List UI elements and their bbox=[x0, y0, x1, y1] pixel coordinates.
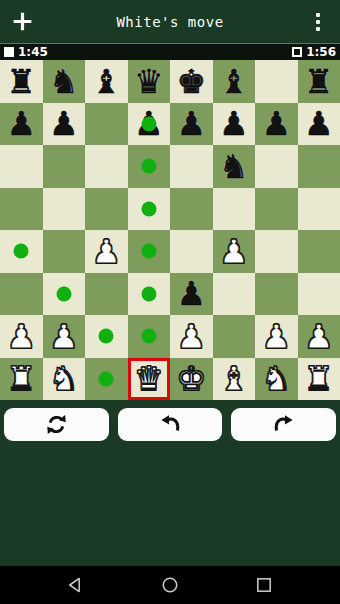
status-title: White's move bbox=[0, 14, 340, 30]
chess-board: ♜♞♝♛♚♝♜♟♟♟♟♟♟♟♞♟♟♟♟♟♟♟♟♜♞♛♚♝♞♜ bbox=[0, 60, 340, 400]
redo-button[interactable] bbox=[231, 408, 336, 441]
square-d7[interactable]: ♟ bbox=[128, 103, 171, 146]
black-pawn: ♟ bbox=[176, 107, 206, 140]
legal-move-dot[interactable] bbox=[14, 244, 29, 259]
black-pawn: ♟ bbox=[261, 107, 291, 140]
white-queen: ♛ bbox=[134, 362, 164, 395]
legal-move-dot[interactable] bbox=[141, 159, 156, 174]
square-b7[interactable]: ♟ bbox=[43, 103, 86, 146]
square-d4[interactable] bbox=[128, 230, 171, 273]
legal-move-dot[interactable] bbox=[99, 371, 114, 386]
legal-move-dot[interactable] bbox=[99, 329, 114, 344]
square-c4[interactable]: ♟ bbox=[85, 230, 128, 273]
square-g7[interactable]: ♟ bbox=[255, 103, 298, 146]
square-b5[interactable] bbox=[43, 188, 86, 231]
new-game-button[interactable] bbox=[0, 0, 44, 43]
undo-arrow-icon bbox=[158, 412, 183, 437]
square-d5[interactable] bbox=[128, 188, 171, 231]
white-bishop: ♝ bbox=[219, 362, 249, 395]
square-b2[interactable]: ♟ bbox=[43, 315, 86, 358]
black-knight: ♞ bbox=[49, 65, 79, 98]
white-pawn: ♟ bbox=[6, 320, 36, 353]
plus-icon bbox=[10, 9, 35, 34]
black-bishop: ♝ bbox=[91, 65, 121, 98]
square-e5[interactable] bbox=[170, 188, 213, 231]
white-knight: ♞ bbox=[261, 362, 291, 395]
white-pawn: ♟ bbox=[219, 235, 249, 268]
square-h6[interactable] bbox=[298, 145, 340, 188]
legal-move-dot[interactable] bbox=[141, 286, 156, 301]
white-pawn: ♟ bbox=[49, 320, 79, 353]
square-e3[interactable]: ♟ bbox=[170, 273, 213, 316]
square-a1[interactable]: ♜ bbox=[0, 358, 43, 401]
square-f2[interactable] bbox=[213, 315, 256, 358]
square-h4[interactable] bbox=[298, 230, 340, 273]
undo-button[interactable] bbox=[118, 408, 223, 441]
square-g5[interactable] bbox=[255, 188, 298, 231]
black-rook: ♜ bbox=[6, 65, 36, 98]
kebab-menu-icon bbox=[316, 20, 320, 24]
square-b3[interactable] bbox=[43, 273, 86, 316]
square-f7[interactable]: ♟ bbox=[213, 103, 256, 146]
square-c3[interactable] bbox=[85, 273, 128, 316]
square-e8[interactable]: ♚ bbox=[170, 60, 213, 103]
square-c6[interactable] bbox=[85, 145, 128, 188]
white-pawn: ♟ bbox=[261, 320, 291, 353]
square-d1[interactable]: ♛ bbox=[128, 358, 171, 401]
square-d3[interactable] bbox=[128, 273, 171, 316]
white-pawn: ♟ bbox=[91, 235, 121, 268]
white-rook: ♜ bbox=[6, 362, 36, 395]
square-d2[interactable] bbox=[128, 315, 171, 358]
recents-square-icon bbox=[254, 575, 274, 595]
square-f5[interactable] bbox=[213, 188, 256, 231]
square-g3[interactable] bbox=[255, 273, 298, 316]
home-circle-icon bbox=[160, 575, 180, 595]
back-triangle-icon bbox=[66, 575, 86, 595]
square-b4[interactable] bbox=[43, 230, 86, 273]
flip-refresh-button[interactable] bbox=[4, 408, 109, 441]
square-b8[interactable]: ♞ bbox=[43, 60, 86, 103]
overflow-menu-button[interactable] bbox=[306, 0, 330, 43]
square-f1[interactable]: ♝ bbox=[213, 358, 256, 401]
square-f8[interactable]: ♝ bbox=[213, 60, 256, 103]
legal-move-dot[interactable] bbox=[141, 201, 156, 216]
white-knight: ♞ bbox=[49, 362, 79, 395]
background-area bbox=[0, 441, 340, 566]
square-f3[interactable] bbox=[213, 273, 256, 316]
square-g6[interactable] bbox=[255, 145, 298, 188]
square-g8[interactable] bbox=[255, 60, 298, 103]
square-a5[interactable] bbox=[0, 188, 43, 231]
white-pawn: ♟ bbox=[176, 320, 206, 353]
square-b6[interactable] bbox=[43, 145, 86, 188]
white-pawn: ♟ bbox=[304, 320, 334, 353]
square-d8[interactable]: ♛ bbox=[128, 60, 171, 103]
black-pawn: ♟ bbox=[49, 107, 79, 140]
square-h7[interactable]: ♟ bbox=[298, 103, 340, 146]
white-clock-time: 1:45 bbox=[18, 45, 48, 59]
redo-arrow-icon bbox=[271, 412, 296, 437]
black-bishop: ♝ bbox=[219, 65, 249, 98]
black-pawn: ♟ bbox=[219, 107, 249, 140]
square-c8[interactable]: ♝ bbox=[85, 60, 128, 103]
black-queen: ♛ bbox=[134, 65, 164, 98]
square-h2[interactable]: ♟ bbox=[298, 315, 340, 358]
square-d6[interactable] bbox=[128, 145, 171, 188]
white-clock-checkbox[interactable] bbox=[4, 47, 14, 57]
black-rook: ♜ bbox=[304, 65, 334, 98]
white-king: ♚ bbox=[176, 362, 206, 395]
android-back-button[interactable] bbox=[64, 573, 88, 597]
square-c1[interactable] bbox=[85, 358, 128, 401]
legal-move-dot[interactable] bbox=[56, 286, 71, 301]
square-g1[interactable]: ♞ bbox=[255, 358, 298, 401]
square-e4[interactable] bbox=[170, 230, 213, 273]
square-f4[interactable]: ♟ bbox=[213, 230, 256, 273]
black-clock-checkbox[interactable] bbox=[292, 47, 302, 57]
square-a8[interactable]: ♜ bbox=[0, 60, 43, 103]
android-recents-button[interactable] bbox=[252, 573, 276, 597]
black-pawn: ♟ bbox=[6, 107, 36, 140]
square-c2[interactable] bbox=[85, 315, 128, 358]
white-rook: ♜ bbox=[304, 362, 334, 395]
legal-move-dot[interactable] bbox=[141, 329, 156, 344]
square-b1[interactable]: ♞ bbox=[43, 358, 86, 401]
top-bar: White's move bbox=[0, 0, 340, 43]
square-h3[interactable] bbox=[298, 273, 340, 316]
square-e7[interactable]: ♟ bbox=[170, 103, 213, 146]
refresh-icon bbox=[44, 412, 69, 437]
android-nav-bar bbox=[0, 566, 340, 604]
white-clock: 1:45 bbox=[4, 45, 48, 59]
legal-move-dot[interactable] bbox=[141, 244, 156, 259]
black-clock: 1:56 bbox=[292, 45, 336, 59]
square-c5[interactable] bbox=[85, 188, 128, 231]
square-c7[interactable] bbox=[85, 103, 128, 146]
black-knight: ♞ bbox=[219, 150, 249, 183]
kebab-menu-icon bbox=[316, 27, 320, 31]
square-a7[interactable]: ♟ bbox=[0, 103, 43, 146]
square-h1[interactable]: ♜ bbox=[298, 358, 340, 401]
black-pawn: ♟ bbox=[176, 277, 206, 310]
control-bar bbox=[0, 408, 340, 441]
square-e6[interactable] bbox=[170, 145, 213, 188]
square-a3[interactable] bbox=[0, 273, 43, 316]
square-h8[interactable]: ♜ bbox=[298, 60, 340, 103]
square-h5[interactable] bbox=[298, 188, 340, 231]
timer-strip: 1:45 1:56 bbox=[0, 44, 340, 60]
black-pawn: ♟ bbox=[304, 107, 334, 140]
kebab-menu-icon bbox=[316, 13, 320, 17]
square-e2[interactable]: ♟ bbox=[170, 315, 213, 358]
square-g2[interactable]: ♟ bbox=[255, 315, 298, 358]
square-f6[interactable]: ♞ bbox=[213, 145, 256, 188]
android-home-button[interactable] bbox=[158, 573, 182, 597]
square-a2[interactable]: ♟ bbox=[0, 315, 43, 358]
square-a4[interactable] bbox=[0, 230, 43, 273]
square-g4[interactable] bbox=[255, 230, 298, 273]
black-clock-time: 1:56 bbox=[306, 45, 336, 59]
black-king: ♚ bbox=[176, 65, 206, 98]
square-e1[interactable]: ♚ bbox=[170, 358, 213, 401]
square-a6[interactable] bbox=[0, 145, 43, 188]
legal-move-dot[interactable] bbox=[141, 116, 156, 131]
